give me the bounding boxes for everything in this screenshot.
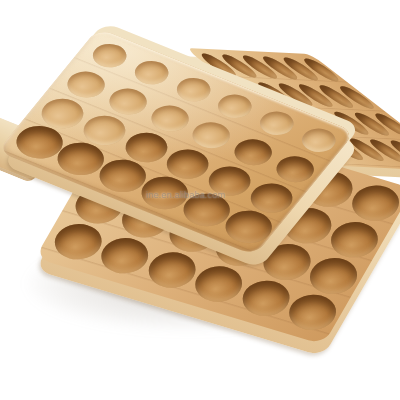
pit-r3c1 — [94, 233, 156, 279]
pit-r1c0 — [61, 67, 112, 103]
pit-r1c4 — [228, 134, 279, 170]
pit-r0c1 — [129, 57, 175, 89]
product-photo: ine.en.alibaba.com — [0, 0, 400, 400]
pit-r3c3 — [188, 261, 250, 307]
pit-r0c5 — [296, 124, 342, 156]
watermark: ine.en.alibaba.com — [146, 190, 266, 200]
pit-r1c3 — [186, 117, 237, 153]
pit-r3c2 — [141, 247, 203, 293]
pit-r1c5 — [270, 151, 321, 187]
pit-r1c1 — [102, 84, 153, 120]
pit-r0c2 — [170, 74, 216, 106]
pit-r0c4 — [254, 107, 300, 139]
pit-r3c0 — [47, 219, 109, 265]
pit-r1c2 — [144, 100, 195, 136]
pit-r3c4 — [235, 275, 297, 321]
pit-r0c3 — [212, 90, 258, 122]
pit-r0c0 — [87, 40, 133, 72]
